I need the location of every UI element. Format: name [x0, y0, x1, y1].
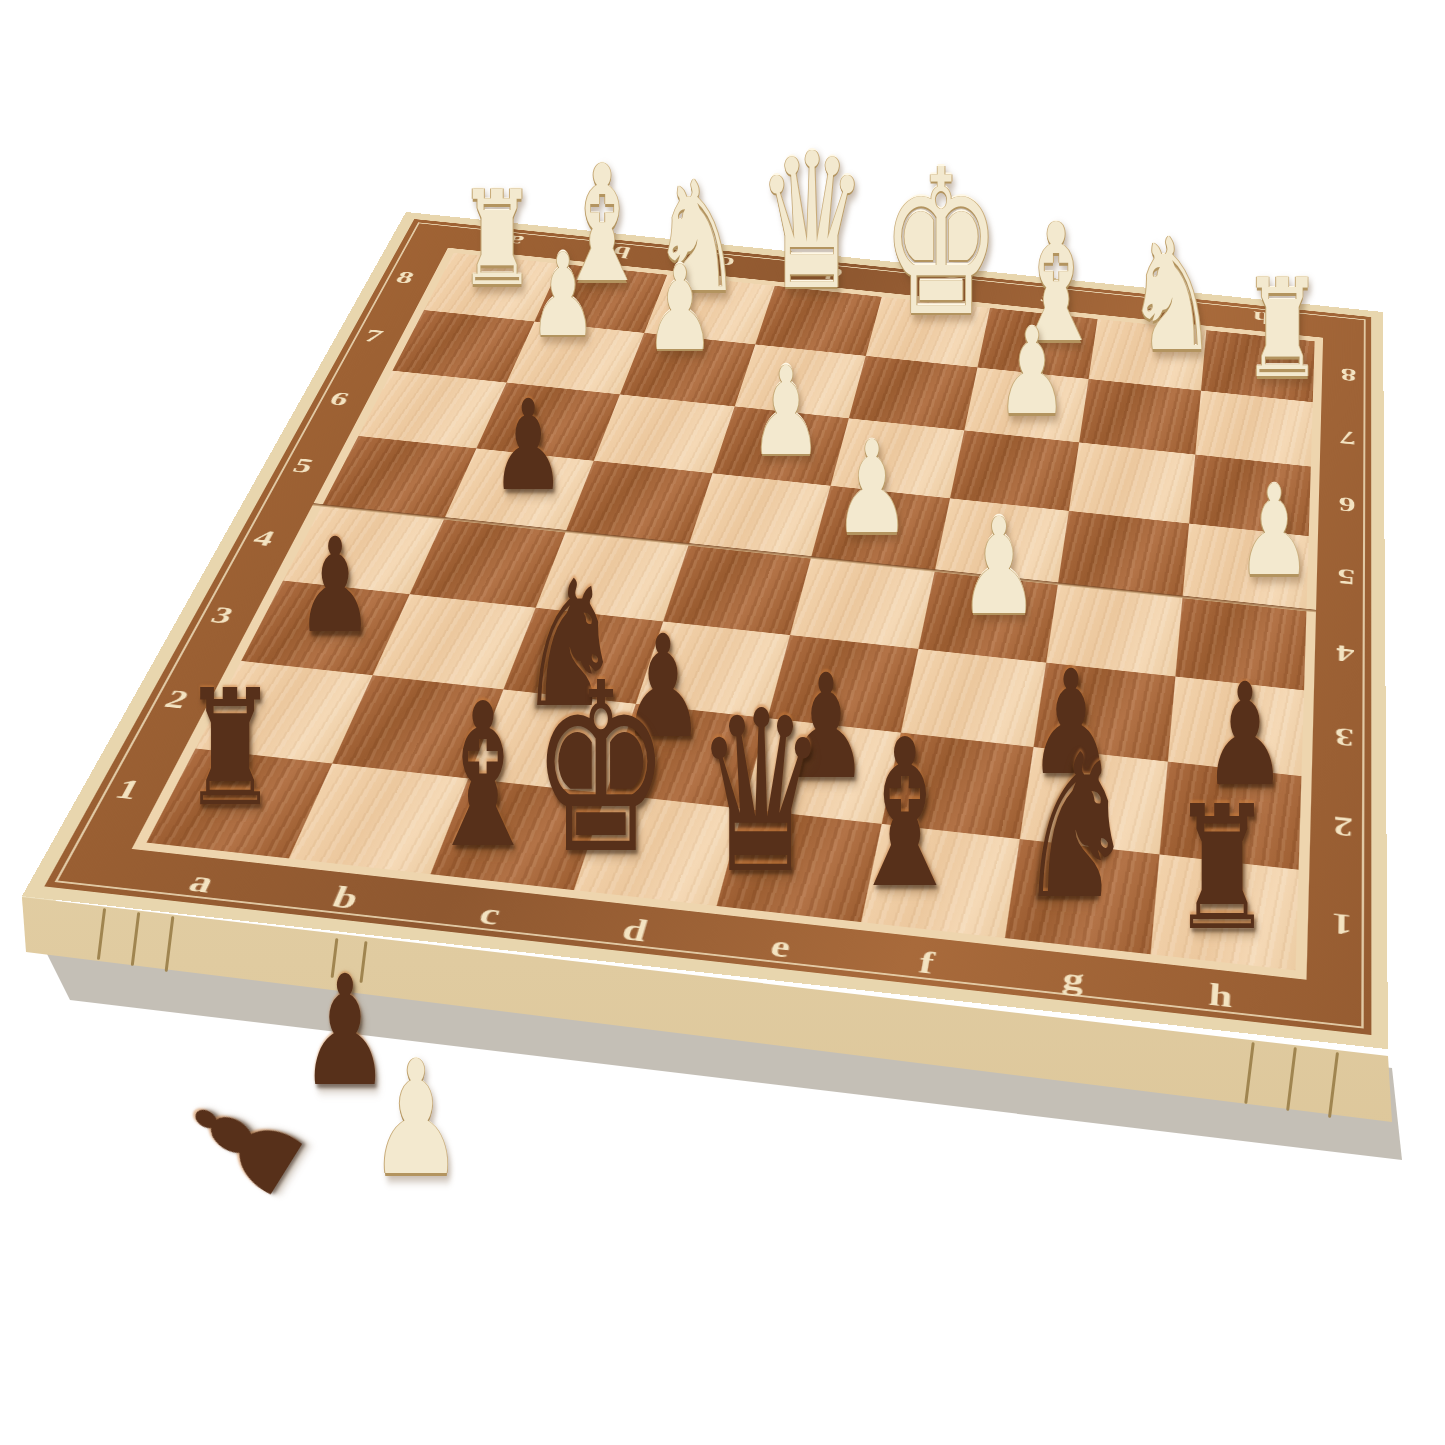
pieces-layer: ♜♝♞♛♚♝♞♜♟♟♟♟♟♟♟♟♟♜♞♝♚♟♛♟♝♞♟♜♟♟♟♟ — [0, 0, 1445, 1445]
white-queen-d8[interactable]: ♛ — [756, 129, 867, 317]
white-pawn-f7[interactable]: ♟ — [996, 313, 1067, 433]
white-rook-a8[interactable]: ♜ — [458, 174, 535, 305]
captured-white-pawn-standing[interactable]: ♟ — [369, 1040, 463, 1198]
dark-rook-a1[interactable]: ♜ — [182, 668, 277, 828]
white-pawn-c7[interactable]: ♟ — [645, 249, 714, 366]
dark-pawn-b5[interactable]: ♟ — [491, 385, 565, 510]
white-rook-h8[interactable]: ♜ — [1242, 262, 1323, 398]
dark-queen-e1[interactable]: ♛ — [695, 683, 827, 906]
white-pawn-d6[interactable]: ♟ — [750, 350, 823, 472]
dark-rook-h1[interactable]: ♜ — [1171, 784, 1273, 955]
dark-bishop-f1[interactable]: ♝ — [844, 712, 965, 916]
dark-king-d1[interactable]: ♚ — [532, 653, 671, 887]
table-surface: 87654321 87654321 abcdefgh abcdefgh ♜♝♞♛… — [0, 0, 1445, 1445]
white-pawn-f4[interactable]: ♟ — [959, 500, 1038, 633]
white-pawn-b7[interactable]: ♟ — [529, 238, 597, 352]
white-pawn-e5[interactable]: ♟ — [834, 425, 910, 553]
dark-bishop-c1[interactable]: ♝ — [424, 676, 542, 875]
dark-knight-g1[interactable]: ♞ — [1017, 727, 1135, 926]
white-knight-g8[interactable]: ♞ — [1126, 219, 1218, 374]
white-pawn-h5[interactable]: ♟ — [1237, 470, 1311, 595]
dark-pawn-a3[interactable]: ♟ — [296, 521, 373, 652]
white-king-e8[interactable]: ♚ — [881, 143, 1000, 344]
